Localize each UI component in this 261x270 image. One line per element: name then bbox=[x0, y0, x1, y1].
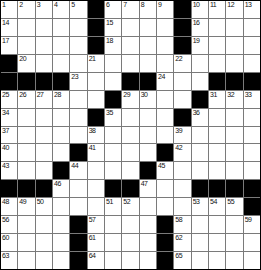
clue-number: 43 bbox=[2, 162, 9, 170]
grid-cell[interactable] bbox=[70, 37, 86, 54]
grid-cell[interactable] bbox=[140, 252, 156, 269]
black-cell bbox=[157, 234, 173, 251]
grid-cell[interactable]: 38 bbox=[88, 127, 104, 144]
black-cell bbox=[53, 73, 69, 90]
grid-cell[interactable] bbox=[226, 37, 242, 54]
grid-cell[interactable] bbox=[105, 127, 121, 144]
grid-cell[interactable]: 42 bbox=[174, 144, 190, 161]
grid-cell[interactable] bbox=[209, 109, 225, 126]
grid-cell[interactable] bbox=[192, 252, 208, 269]
clue-number: 22 bbox=[175, 55, 182, 63]
black-cell bbox=[70, 144, 86, 161]
grid-cell[interactable] bbox=[36, 109, 52, 126]
grid-cell[interactable] bbox=[18, 144, 34, 161]
clue-number: 64 bbox=[89, 252, 96, 260]
grid-cell[interactable] bbox=[226, 55, 242, 72]
grid-cell[interactable] bbox=[36, 19, 52, 36]
grid-cell[interactable]: 31 bbox=[209, 91, 225, 108]
grid-cell[interactable]: 19 bbox=[192, 37, 208, 54]
grid-cell[interactable] bbox=[53, 198, 69, 215]
grid-cell[interactable] bbox=[18, 127, 34, 144]
grid-cell[interactable] bbox=[226, 234, 242, 251]
grid-cell[interactable]: 4 bbox=[53, 1, 69, 18]
grid-cell[interactable] bbox=[174, 73, 190, 90]
grid-cell[interactable] bbox=[70, 109, 86, 126]
clue-number: 32 bbox=[227, 91, 234, 99]
grid-cell[interactable] bbox=[53, 252, 69, 269]
grid-cell[interactable]: 18 bbox=[105, 37, 121, 54]
black-cell bbox=[88, 109, 104, 126]
clue-number: 44 bbox=[71, 162, 78, 170]
grid-cell[interactable] bbox=[226, 127, 242, 144]
grid-cell[interactable] bbox=[157, 198, 173, 215]
grid-cell[interactable] bbox=[88, 198, 104, 215]
grid-cell[interactable] bbox=[36, 234, 52, 251]
grid-cell[interactable]: 28 bbox=[53, 91, 69, 108]
black-cell bbox=[209, 180, 225, 197]
black-cell bbox=[244, 198, 260, 215]
clue-number: 29 bbox=[123, 91, 130, 99]
grid-cell[interactable] bbox=[70, 180, 86, 197]
grid-cell[interactable]: 24 bbox=[157, 73, 173, 90]
grid-cell[interactable] bbox=[226, 144, 242, 161]
clue-number: 47 bbox=[141, 180, 148, 188]
grid-cell[interactable] bbox=[105, 234, 121, 251]
grid-cell[interactable]: 30 bbox=[140, 91, 156, 108]
grid-cell[interactable]: 49 bbox=[18, 198, 34, 215]
clue-number: 37 bbox=[2, 127, 9, 135]
clue-number: 10 bbox=[193, 1, 200, 9]
grid-cell[interactable]: 20 bbox=[18, 55, 34, 72]
black-cell bbox=[36, 180, 52, 197]
grid-cell[interactable] bbox=[157, 109, 173, 126]
clue-number: 6 bbox=[106, 1, 109, 9]
grid-cell[interactable] bbox=[209, 19, 225, 36]
grid-cell[interactable]: 14 bbox=[1, 19, 17, 36]
grid-cell[interactable]: 7 bbox=[122, 1, 138, 18]
grid-cell[interactable] bbox=[18, 37, 34, 54]
clue-number: 51 bbox=[106, 198, 113, 206]
clue-number: 56 bbox=[2, 216, 9, 224]
grid-cell[interactable]: 29 bbox=[122, 91, 138, 108]
grid-cell[interactable] bbox=[122, 162, 138, 179]
clue-number: 33 bbox=[245, 91, 252, 99]
clue-number: 59 bbox=[245, 216, 252, 224]
clue-number: 54 bbox=[210, 198, 217, 206]
grid-cell[interactable] bbox=[140, 144, 156, 161]
clue-number: 20 bbox=[19, 55, 26, 63]
clue-number: 11 bbox=[210, 1, 216, 9]
grid-cell[interactable] bbox=[157, 127, 173, 144]
grid-cell[interactable] bbox=[105, 55, 121, 72]
grid-cell[interactable] bbox=[157, 91, 173, 108]
grid-cell[interactable] bbox=[105, 252, 121, 269]
grid-cell[interactable] bbox=[105, 162, 121, 179]
black-cell bbox=[174, 1, 190, 18]
grid-cell[interactable] bbox=[192, 55, 208, 72]
clue-number: 16 bbox=[193, 19, 200, 27]
black-cell bbox=[140, 73, 156, 90]
grid-cell[interactable] bbox=[122, 109, 138, 126]
grid-cell[interactable]: 59 bbox=[244, 216, 260, 233]
clue-number: 2 bbox=[19, 1, 22, 9]
clue-number: 23 bbox=[71, 73, 78, 81]
grid-cell[interactable] bbox=[174, 198, 190, 215]
grid-cell[interactable]: 27 bbox=[36, 91, 52, 108]
clue-number: 38 bbox=[89, 127, 96, 135]
black-cell bbox=[174, 19, 190, 36]
black-cell bbox=[70, 216, 86, 233]
grid-cell[interactable]: 5 bbox=[70, 1, 86, 18]
grid-cell[interactable]: 16 bbox=[192, 19, 208, 36]
grid-cell[interactable] bbox=[174, 91, 190, 108]
grid-cell[interactable]: 54 bbox=[209, 198, 225, 215]
grid-cell[interactable]: 52 bbox=[122, 198, 138, 215]
clue-number: 12 bbox=[227, 1, 234, 9]
black-cell bbox=[88, 19, 104, 36]
grid-cell[interactable]: 45 bbox=[157, 162, 173, 179]
grid-cell[interactable] bbox=[18, 216, 34, 233]
grid-cell[interactable]: 53 bbox=[192, 198, 208, 215]
grid-cell[interactable] bbox=[122, 19, 138, 36]
grid-cell[interactable]: 47 bbox=[140, 180, 156, 197]
grid-cell[interactable] bbox=[209, 37, 225, 54]
grid-cell[interactable] bbox=[209, 144, 225, 161]
grid-cell[interactable] bbox=[209, 234, 225, 251]
clue-number: 1 bbox=[2, 1, 5, 9]
grid-cell[interactable] bbox=[157, 180, 173, 197]
grid-cell[interactable] bbox=[226, 19, 242, 36]
grid-cell[interactable] bbox=[36, 252, 52, 269]
grid-cell[interactable]: 62 bbox=[174, 234, 190, 251]
grid-cell[interactable] bbox=[226, 162, 242, 179]
black-cell bbox=[18, 180, 34, 197]
clue-number: 17 bbox=[2, 37, 9, 45]
clue-number: 31 bbox=[210, 91, 217, 99]
grid-cell[interactable] bbox=[192, 162, 208, 179]
grid-cell[interactable]: 15 bbox=[105, 19, 121, 36]
grid-cell[interactable] bbox=[88, 180, 104, 197]
grid-cell[interactable]: 34 bbox=[1, 109, 17, 126]
clue-number: 49 bbox=[19, 198, 26, 206]
black-cell bbox=[157, 144, 173, 161]
clue-number: 55 bbox=[227, 198, 234, 206]
grid-cell[interactable] bbox=[244, 109, 260, 126]
grid-cell[interactable]: 22 bbox=[174, 55, 190, 72]
grid-cell[interactable] bbox=[18, 109, 34, 126]
clue-number: 7 bbox=[123, 1, 126, 9]
grid-cell[interactable]: 51 bbox=[105, 198, 121, 215]
black-cell bbox=[105, 180, 121, 197]
grid-cell[interactable] bbox=[70, 19, 86, 36]
black-cell bbox=[192, 180, 208, 197]
clue-number: 13 bbox=[245, 1, 252, 9]
clue-number: 63 bbox=[2, 252, 9, 260]
grid-cell[interactable] bbox=[53, 144, 69, 161]
black-cell bbox=[1, 180, 17, 197]
black-cell bbox=[122, 180, 138, 197]
grid-cell[interactable]: 60 bbox=[1, 234, 17, 251]
grid-cell[interactable] bbox=[140, 216, 156, 233]
clue-number: 26 bbox=[19, 91, 26, 99]
grid-cell[interactable] bbox=[36, 127, 52, 144]
black-cell bbox=[122, 73, 138, 90]
grid-cell[interactable]: 61 bbox=[88, 234, 104, 251]
grid-cell[interactable]: 33 bbox=[244, 91, 260, 108]
black-cell bbox=[1, 55, 17, 72]
grid-cell[interactable] bbox=[18, 234, 34, 251]
grid-cell[interactable]: 2 bbox=[18, 1, 34, 18]
grid-cell[interactable]: 3 bbox=[36, 1, 52, 18]
black-cell bbox=[36, 73, 52, 90]
clue-number: 9 bbox=[158, 1, 161, 9]
grid-cell[interactable]: 50 bbox=[36, 198, 52, 215]
grid-cell[interactable]: 36 bbox=[192, 109, 208, 126]
grid-cell[interactable] bbox=[192, 127, 208, 144]
black-cell bbox=[209, 73, 225, 90]
clue-number: 28 bbox=[54, 91, 61, 99]
grid-cell[interactable]: 46 bbox=[53, 180, 69, 197]
grid-cell[interactable]: 12 bbox=[226, 1, 242, 18]
clue-number: 19 bbox=[193, 37, 200, 45]
grid-cell[interactable]: 63 bbox=[1, 252, 17, 269]
grid-cell[interactable] bbox=[18, 252, 34, 269]
black-cell bbox=[140, 162, 156, 179]
grid-cell[interactable] bbox=[70, 198, 86, 215]
grid-cell[interactable] bbox=[70, 55, 86, 72]
black-cell bbox=[192, 91, 208, 108]
grid-cell[interactable]: 64 bbox=[88, 252, 104, 269]
clue-number: 15 bbox=[106, 19, 113, 27]
grid-cell[interactable]: 26 bbox=[18, 91, 34, 108]
clue-number: 45 bbox=[158, 162, 165, 170]
grid-cell[interactable] bbox=[18, 19, 34, 36]
grid-cell[interactable]: 21 bbox=[88, 55, 104, 72]
clue-number: 18 bbox=[106, 37, 113, 45]
grid-cell[interactable]: 44 bbox=[70, 162, 86, 179]
grid-cell[interactable] bbox=[209, 252, 225, 269]
grid-cell[interactable]: 6 bbox=[105, 1, 121, 18]
clue-number: 3 bbox=[37, 1, 40, 9]
clue-number: 41 bbox=[89, 144, 96, 152]
clue-number: 40 bbox=[2, 144, 9, 152]
grid-cell[interactable] bbox=[53, 19, 69, 36]
clue-number: 62 bbox=[175, 234, 182, 242]
black-cell bbox=[157, 252, 173, 269]
grid-cell[interactable] bbox=[140, 198, 156, 215]
grid-cell[interactable] bbox=[140, 37, 156, 54]
grid-cell[interactable] bbox=[36, 162, 52, 179]
grid-cell[interactable] bbox=[122, 127, 138, 144]
clue-number: 25 bbox=[2, 91, 9, 99]
clue-number: 48 bbox=[2, 198, 9, 206]
black-cell bbox=[70, 252, 86, 269]
black-cell bbox=[244, 180, 260, 197]
black-cell bbox=[53, 162, 69, 179]
clue-number: 52 bbox=[123, 198, 130, 206]
grid-cell[interactable] bbox=[140, 127, 156, 144]
grid-cell[interactable]: 17 bbox=[1, 37, 17, 54]
grid-cell[interactable]: 48 bbox=[1, 198, 17, 215]
grid-cell[interactable]: 35 bbox=[105, 109, 121, 126]
grid-cell[interactable] bbox=[36, 144, 52, 161]
grid-cell[interactable] bbox=[157, 37, 173, 54]
clue-number: 42 bbox=[175, 144, 182, 152]
grid-cell[interactable] bbox=[244, 55, 260, 72]
clue-number: 57 bbox=[89, 216, 96, 224]
clue-number: 61 bbox=[89, 234, 96, 242]
grid-cell[interactable] bbox=[122, 234, 138, 251]
clue-number: 14 bbox=[2, 19, 9, 27]
grid-cell[interactable] bbox=[70, 91, 86, 108]
grid-cell[interactable] bbox=[105, 73, 121, 90]
grid-cell[interactable] bbox=[244, 144, 260, 161]
grid-cell[interactable] bbox=[18, 162, 34, 179]
grid-cell[interactable] bbox=[105, 216, 121, 233]
black-cell bbox=[244, 73, 260, 90]
grid-cell[interactable] bbox=[140, 109, 156, 126]
grid-cell[interactable] bbox=[157, 55, 173, 72]
grid-cell[interactable] bbox=[209, 127, 225, 144]
grid-cell[interactable] bbox=[105, 144, 121, 161]
black-cell bbox=[226, 73, 242, 90]
clue-number: 21 bbox=[89, 55, 96, 63]
grid-cell[interactable] bbox=[209, 162, 225, 179]
grid-cell[interactable]: 41 bbox=[88, 144, 104, 161]
grid-cell[interactable]: 55 bbox=[226, 198, 242, 215]
grid-cell[interactable]: 37 bbox=[1, 127, 17, 144]
clue-number: 53 bbox=[193, 198, 200, 206]
grid-cell[interactable] bbox=[122, 216, 138, 233]
clue-number: 4 bbox=[54, 1, 57, 9]
grid-cell[interactable] bbox=[36, 216, 52, 233]
grid-cell[interactable]: 40 bbox=[1, 144, 17, 161]
grid-cell[interactable] bbox=[192, 216, 208, 233]
grid-cell[interactable]: 23 bbox=[70, 73, 86, 90]
grid-cell[interactable] bbox=[226, 216, 242, 233]
grid-cell[interactable] bbox=[226, 252, 242, 269]
grid-cell[interactable] bbox=[53, 216, 69, 233]
black-cell bbox=[88, 37, 104, 54]
black-cell bbox=[70, 234, 86, 251]
grid-cell[interactable] bbox=[122, 252, 138, 269]
black-cell bbox=[174, 37, 190, 54]
black-cell bbox=[88, 1, 104, 18]
clue-number: 58 bbox=[175, 216, 182, 224]
grid-cell[interactable]: 9 bbox=[157, 1, 173, 18]
grid-cell[interactable] bbox=[53, 234, 69, 251]
clue-number: 30 bbox=[141, 91, 148, 99]
clue-number: 36 bbox=[193, 109, 200, 117]
grid-cell[interactable] bbox=[122, 37, 138, 54]
grid-cell[interactable] bbox=[192, 73, 208, 90]
grid-cell[interactable]: 58 bbox=[174, 216, 190, 233]
grid-cell[interactable] bbox=[140, 55, 156, 72]
grid-cell[interactable]: 56 bbox=[1, 216, 17, 233]
grid-cell[interactable]: 10 bbox=[192, 1, 208, 18]
grid-cell[interactable] bbox=[192, 144, 208, 161]
grid-cell[interactable] bbox=[244, 127, 260, 144]
clue-number: 5 bbox=[71, 1, 74, 9]
grid-cell[interactable]: 57 bbox=[88, 216, 104, 233]
grid-cell[interactable] bbox=[88, 162, 104, 179]
grid-cell[interactable] bbox=[244, 252, 260, 269]
black-cell bbox=[226, 180, 242, 197]
grid-cell[interactable] bbox=[244, 19, 260, 36]
clue-number: 35 bbox=[106, 109, 113, 117]
grid-cell[interactable]: 8 bbox=[140, 1, 156, 18]
grid-cell[interactable] bbox=[174, 180, 190, 197]
clue-number: 60 bbox=[2, 234, 9, 242]
grid-cell[interactable] bbox=[88, 73, 104, 90]
black-cell bbox=[157, 216, 173, 233]
grid-cell[interactable]: 43 bbox=[1, 162, 17, 179]
grid-cell[interactable] bbox=[244, 37, 260, 54]
clue-number: 8 bbox=[141, 1, 144, 9]
grid-cell[interactable] bbox=[53, 55, 69, 72]
grid-cell[interactable] bbox=[140, 19, 156, 36]
grid-cell[interactable]: 11 bbox=[209, 1, 225, 18]
grid-cell[interactable]: 1 bbox=[1, 1, 17, 18]
grid-cell[interactable] bbox=[174, 162, 190, 179]
clue-number: 34 bbox=[2, 109, 9, 117]
black-cell bbox=[174, 109, 190, 126]
grid-cell[interactable]: 32 bbox=[226, 91, 242, 108]
black-cell bbox=[1, 73, 17, 90]
grid-cell[interactable] bbox=[122, 144, 138, 161]
clue-number: 65 bbox=[175, 252, 182, 260]
grid-cell[interactable] bbox=[36, 37, 52, 54]
grid-cell[interactable] bbox=[226, 109, 242, 126]
grid-cell[interactable]: 65 bbox=[174, 252, 190, 269]
grid-cell[interactable] bbox=[88, 91, 104, 108]
grid-cell[interactable] bbox=[244, 234, 260, 251]
grid-cell[interactable] bbox=[53, 37, 69, 54]
clue-number: 50 bbox=[37, 198, 44, 206]
clue-number: 24 bbox=[158, 73, 165, 81]
clue-number: 39 bbox=[175, 127, 182, 135]
clue-number: 46 bbox=[54, 180, 61, 188]
grid-cell[interactable]: 13 bbox=[244, 1, 260, 18]
grid-cell[interactable] bbox=[157, 19, 173, 36]
crossword-grid: 1234567891011121314151617181920212223242… bbox=[0, 0, 261, 270]
grid-cell[interactable]: 39 bbox=[174, 127, 190, 144]
grid-cell[interactable] bbox=[70, 127, 86, 144]
grid-cell[interactable] bbox=[53, 109, 69, 126]
grid-cell[interactable] bbox=[36, 55, 52, 72]
black-cell bbox=[18, 73, 34, 90]
grid-cell[interactable] bbox=[209, 55, 225, 72]
grid-cell[interactable] bbox=[53, 127, 69, 144]
grid-cell[interactable] bbox=[244, 162, 260, 179]
grid-cell[interactable]: 25 bbox=[1, 91, 17, 108]
grid-cell[interactable] bbox=[209, 216, 225, 233]
grid-cell[interactable] bbox=[140, 234, 156, 251]
black-cell bbox=[105, 91, 121, 108]
clue-number: 27 bbox=[37, 91, 44, 99]
grid-cell[interactable] bbox=[122, 55, 138, 72]
grid-cell[interactable] bbox=[192, 234, 208, 251]
